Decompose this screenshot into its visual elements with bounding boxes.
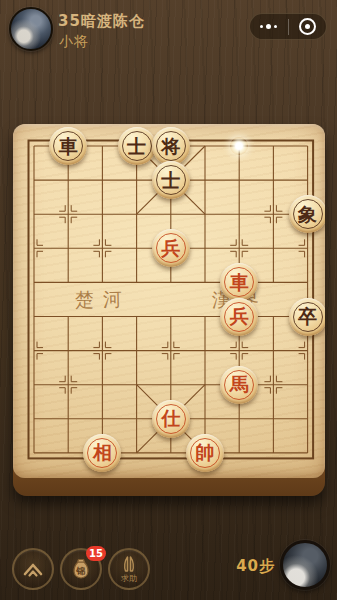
piece-black[interactable]: 士: [152, 161, 190, 199]
more-button[interactable]: [250, 14, 288, 39]
chevron-up-icon: [21, 559, 45, 579]
piece-black[interactable]: 将: [152, 127, 190, 165]
rank-subtitle: 小将: [59, 33, 89, 51]
svg-text:求助: 求助: [120, 574, 137, 583]
level-title: 35暗渡陈仓: [58, 12, 145, 31]
piece-black[interactable]: 車: [49, 127, 87, 165]
menu-button[interactable]: [12, 548, 54, 590]
piece-black[interactable]: 士: [118, 127, 156, 165]
piece-black[interactable]: 卒: [289, 298, 325, 336]
piece-red[interactable]: 兵: [220, 298, 258, 336]
exit-button[interactable]: [289, 14, 327, 39]
opponent-avatar[interactable]: [280, 540, 330, 590]
move-counter: 40步: [236, 557, 275, 576]
capsule-target-icon: [299, 18, 316, 35]
praying-hands-icon: 求助: [115, 554, 143, 584]
ask-help-button[interactable]: 求助: [108, 548, 150, 590]
wechat-capsule: [249, 13, 327, 40]
xiangqi-board[interactable]: 楚河 漢界 車士将士象兵車兵卒馬仕相帥: [13, 124, 325, 478]
piece-black[interactable]: 象: [289, 195, 325, 233]
more-icon: [260, 25, 263, 28]
piece-red[interactable]: 帥: [186, 434, 224, 472]
more-icon: [266, 24, 271, 29]
top-bar: 35暗渡陈仓 小将: [0, 0, 337, 62]
more-icon: [274, 25, 277, 28]
svg-text:锦: 锦: [76, 566, 86, 576]
piece-red[interactable]: 馬: [220, 366, 258, 404]
hint-bag-button[interactable]: 锦 15: [60, 548, 102, 590]
piece-red[interactable]: 兵: [152, 229, 190, 267]
bottom-bar: 锦 15 求助 40步: [0, 530, 337, 600]
hint-count-badge: 15: [86, 546, 106, 561]
piece-red[interactable]: 仕: [152, 400, 190, 438]
player-avatar[interactable]: [9, 7, 53, 51]
board-wooden-edge: 楚河 漢界 車士将士象兵車兵卒馬仕相帥: [13, 124, 325, 496]
